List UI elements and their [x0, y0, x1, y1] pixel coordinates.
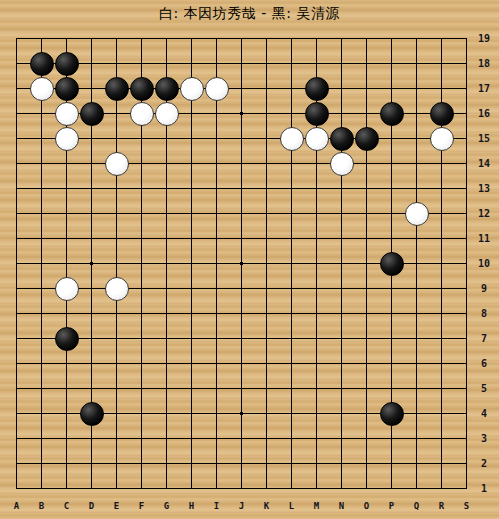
star-point-j10	[240, 262, 243, 265]
column-label-q: Q	[404, 498, 429, 514]
white-stone-c9[interactable]	[55, 277, 79, 301]
column-label-m: M	[304, 498, 329, 514]
column-label-r: R	[429, 498, 454, 514]
white-stone-i17[interactable]	[205, 77, 229, 101]
white-stone-m15[interactable]	[305, 127, 329, 151]
row-label-4: 4	[470, 401, 498, 426]
white-stone-b17[interactable]	[30, 77, 54, 101]
row-label-6: 6	[470, 351, 498, 376]
black-stone-f17[interactable]	[130, 77, 154, 101]
black-stone-p16[interactable]	[380, 102, 404, 126]
row-label-1: 1	[470, 476, 498, 501]
goban-grid[interactable]	[4, 26, 479, 501]
row-label-3: 3	[470, 426, 498, 451]
row-label-5: 5	[470, 376, 498, 401]
column-label-d: D	[79, 498, 104, 514]
black-stone-g17[interactable]	[155, 77, 179, 101]
black-stone-r16[interactable]	[430, 102, 454, 126]
column-label-f: F	[129, 498, 154, 514]
column-label-o: O	[354, 498, 379, 514]
white-stone-c15[interactable]	[55, 127, 79, 151]
black-stone-p4[interactable]	[380, 402, 404, 426]
column-label-i: I	[204, 498, 229, 514]
row-label-8: 8	[470, 301, 498, 326]
white-stone-q12[interactable]	[405, 202, 429, 226]
column-label-n: N	[329, 498, 354, 514]
row-label-7: 7	[470, 326, 498, 351]
column-label-p: P	[379, 498, 404, 514]
black-stone-e17[interactable]	[105, 77, 129, 101]
column-label-g: G	[154, 498, 179, 514]
white-stone-e14[interactable]	[105, 152, 129, 176]
column-label-h: H	[179, 498, 204, 514]
white-stone-e9[interactable]	[105, 277, 129, 301]
column-label-c: C	[54, 498, 79, 514]
black-stone-d4[interactable]	[80, 402, 104, 426]
black-stone-n15[interactable]	[330, 127, 354, 151]
row-label-17: 17	[470, 76, 498, 101]
white-stone-c16[interactable]	[55, 102, 79, 126]
column-label-k: K	[254, 498, 279, 514]
white-stone-l15[interactable]	[280, 127, 304, 151]
row-label-13: 13	[470, 176, 498, 201]
go-board-app: 白: 本因坊秀哉 - 黑: 吴清源 ABCDEFGHIJKLMNOPQRS 19…	[0, 0, 499, 519]
row-label-11: 11	[470, 226, 498, 251]
row-label-14: 14	[470, 151, 498, 176]
column-label-a: A	[4, 498, 29, 514]
star-point-j4	[240, 412, 243, 415]
white-stone-f16[interactable]	[130, 102, 154, 126]
row-label-2: 2	[470, 451, 498, 476]
white-stone-h17[interactable]	[180, 77, 204, 101]
row-label-16: 16	[470, 101, 498, 126]
column-label-j: J	[229, 498, 254, 514]
black-stone-b18[interactable]	[30, 52, 54, 76]
white-stone-g16[interactable]	[155, 102, 179, 126]
game-title: 白: 本因坊秀哉 - 黑: 吴清源	[0, 5, 499, 23]
black-stone-p10[interactable]	[380, 252, 404, 276]
star-point-j16	[240, 112, 243, 115]
column-labels: ABCDEFGHIJKLMNOPQRS	[4, 498, 479, 514]
black-stone-c17[interactable]	[55, 77, 79, 101]
row-label-9: 9	[470, 276, 498, 301]
black-stone-m17[interactable]	[305, 77, 329, 101]
black-stone-d16[interactable]	[80, 102, 104, 126]
row-label-18: 18	[470, 51, 498, 76]
black-stone-c18[interactable]	[55, 52, 79, 76]
column-label-b: B	[29, 498, 54, 514]
black-stone-m16[interactable]	[305, 102, 329, 126]
white-stone-n14[interactable]	[330, 152, 354, 176]
white-stone-r15[interactable]	[430, 127, 454, 151]
column-label-l: L	[279, 498, 304, 514]
column-label-e: E	[104, 498, 129, 514]
row-label-15: 15	[470, 126, 498, 151]
row-label-10: 10	[470, 251, 498, 276]
black-stone-c7[interactable]	[55, 327, 79, 351]
row-label-12: 12	[470, 201, 498, 226]
star-point-d10	[90, 262, 93, 265]
row-labels: 19181716151413121110987654321	[470, 26, 498, 501]
black-stone-o15[interactable]	[355, 127, 379, 151]
row-label-19: 19	[470, 26, 498, 51]
